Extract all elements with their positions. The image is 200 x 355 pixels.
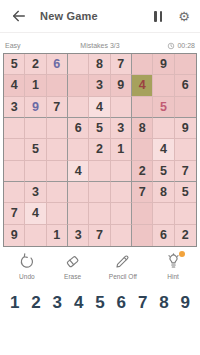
cell-r5c4[interactable]: [68, 139, 89, 160]
cell-r9c9[interactable]: 2: [175, 225, 196, 246]
cell-r5c2[interactable]: 5: [25, 139, 46, 160]
cell-r6c4[interactable]: 4: [68, 161, 89, 182]
cell-r8c7[interactable]: [132, 203, 153, 224]
cell-r8c4[interactable]: [68, 203, 89, 224]
cell-r6c3[interactable]: [47, 161, 68, 182]
cell-r5c1[interactable]: [4, 139, 25, 160]
mistakes-counter: Mistakes 3/3: [0, 42, 200, 49]
cell-r3c8[interactable]: 5: [153, 97, 174, 118]
cell-r1c4[interactable]: [68, 54, 89, 75]
cell-r5c6[interactable]: 1: [111, 139, 132, 160]
cell-r7c1[interactable]: [4, 182, 25, 203]
cell-r7c8[interactable]: 8: [153, 182, 174, 203]
cell-r9c2[interactable]: [25, 225, 46, 246]
cell-r2c2[interactable]: 1: [25, 75, 46, 96]
cell-r9c3[interactable]: 1: [47, 225, 68, 246]
cell-r8c3[interactable]: [47, 203, 68, 224]
cell-r8c8[interactable]: [153, 203, 174, 224]
back-icon[interactable]: [10, 7, 28, 25]
cell-r5c7[interactable]: [132, 139, 153, 160]
cell-r1c2[interactable]: 2: [25, 54, 46, 75]
toolbar: Undo Erase Pencil Off Hint: [0, 252, 200, 286]
cell-r8c9[interactable]: [175, 203, 196, 224]
numpad-key-5[interactable]: 5: [95, 294, 104, 311]
cell-r8c2[interactable]: 4: [25, 203, 46, 224]
cell-r1c3[interactable]: 6: [47, 54, 68, 75]
numpad-key-7[interactable]: 7: [138, 294, 147, 311]
hint-badge: [179, 251, 185, 257]
hint-label: Hint: [167, 273, 179, 280]
cell-r1c7[interactable]: [132, 54, 153, 75]
cell-r7c5[interactable]: [89, 182, 110, 203]
cell-r2c1[interactable]: 4: [4, 75, 25, 96]
numpad-key-4[interactable]: 4: [74, 294, 83, 311]
cell-r1c6[interactable]: 7: [111, 54, 132, 75]
status-bar: Easy Mistakes 3/3 00:28: [0, 39, 200, 52]
cell-r4c8[interactable]: [153, 118, 174, 139]
undo-icon: [17, 252, 36, 271]
cell-r4c3[interactable]: [47, 118, 68, 139]
cell-r9c1[interactable]: 9: [4, 225, 25, 246]
hint-button[interactable]: Hint: [164, 252, 183, 280]
number-pad: 123456789: [0, 288, 200, 316]
cell-r3c3[interactable]: 7: [47, 97, 68, 118]
cell-r1c9[interactable]: [175, 54, 196, 75]
cell-r7c7[interactable]: 7: [132, 182, 153, 203]
cell-r1c5[interactable]: 8: [89, 54, 110, 75]
cell-r8c6[interactable]: [111, 203, 132, 224]
cell-r3c7[interactable]: [132, 97, 153, 118]
cell-r2c9[interactable]: 6: [175, 75, 196, 96]
cell-r6c8[interactable]: 5: [153, 161, 174, 182]
cell-r3c2[interactable]: 9: [25, 97, 46, 118]
eraser-icon: [63, 252, 82, 271]
cell-r6c6[interactable]: [111, 161, 132, 182]
cell-r4c2[interactable]: [25, 118, 46, 139]
cell-r7c2[interactable]: 3: [25, 182, 46, 203]
cell-r8c5[interactable]: [89, 203, 110, 224]
cell-r3c5[interactable]: 4: [89, 97, 110, 118]
cell-r9c5[interactable]: 7: [89, 225, 110, 246]
cell-r5c5[interactable]: 2: [89, 139, 110, 160]
cell-r3c4[interactable]: [68, 97, 89, 118]
numpad-key-9[interactable]: 9: [181, 294, 190, 311]
pencil-icon: [113, 252, 132, 271]
undo-button[interactable]: Undo: [17, 252, 36, 280]
cell-r2c7[interactable]: 4: [132, 75, 153, 96]
cell-r6c9[interactable]: 7: [175, 161, 196, 182]
numpad-key-6[interactable]: 6: [117, 294, 126, 311]
cell-r5c9[interactable]: [175, 139, 196, 160]
cell-r1c8[interactable]: 9: [153, 54, 174, 75]
cell-r4c5[interactable]: 5: [89, 118, 110, 139]
cell-r4c7[interactable]: 8: [132, 118, 153, 139]
pause-button[interactable]: [154, 11, 162, 22]
cell-r1c1[interactable]: 5: [4, 54, 25, 75]
cell-r7c6[interactable]: [111, 182, 132, 203]
cell-r7c9[interactable]: 5: [175, 182, 196, 203]
numpad-key-2[interactable]: 2: [31, 294, 40, 311]
pencil-toggle-button[interactable]: Pencil Off: [109, 252, 137, 280]
undo-label: Undo: [19, 273, 35, 280]
page-title: New Game: [40, 10, 98, 22]
app-bar: New Game ⚙: [0, 0, 200, 33]
erase-label: Erase: [64, 273, 81, 280]
cell-r5c3[interactable]: [47, 139, 68, 160]
cell-r2c3[interactable]: [47, 75, 68, 96]
cell-r9c4[interactable]: 3: [68, 225, 89, 246]
cell-r3c6[interactable]: [111, 97, 132, 118]
cell-r2c4[interactable]: [68, 75, 89, 96]
numpad-key-3[interactable]: 3: [53, 294, 62, 311]
sudoku-app: New Game ⚙ Easy Mistakes 3/3 00:28 52687…: [0, 0, 200, 355]
cell-r7c4[interactable]: [68, 182, 89, 203]
numpad-key-8[interactable]: 8: [159, 294, 168, 311]
cell-r2c5[interactable]: 3: [89, 75, 110, 96]
cell-r9c7[interactable]: [132, 225, 153, 246]
cell-r3c9[interactable]: [175, 97, 196, 118]
cell-r6c1[interactable]: [4, 161, 25, 182]
cell-r3c1[interactable]: 3: [4, 97, 25, 118]
cell-r9c6[interactable]: [111, 225, 132, 246]
cell-r7c3[interactable]: [47, 182, 68, 203]
settings-gear-icon[interactable]: ⚙: [178, 10, 190, 23]
cell-r6c2[interactable]: [25, 161, 46, 182]
cell-r4c9[interactable]: 9: [175, 118, 196, 139]
cell-r6c7[interactable]: 2: [132, 161, 153, 182]
cell-r4c4[interactable]: 6: [68, 118, 89, 139]
cell-r6c5[interactable]: [89, 161, 110, 182]
numpad-key-1[interactable]: 1: [10, 294, 19, 311]
cell-r5c8[interactable]: 4: [153, 139, 174, 160]
cell-r9c8[interactable]: 6: [153, 225, 174, 246]
erase-button[interactable]: Erase: [63, 252, 82, 280]
cell-r2c8[interactable]: [153, 75, 174, 96]
pencil-label: Pencil Off: [109, 273, 137, 280]
cell-r4c1[interactable]: [4, 118, 25, 139]
cell-r4c6[interactable]: 3: [111, 118, 132, 139]
cell-r8c1[interactable]: 7: [4, 203, 25, 224]
cell-r2c6[interactable]: 9: [111, 75, 132, 96]
sudoku-board: 5268794139463974565389521442573785749137…: [3, 53, 197, 247]
